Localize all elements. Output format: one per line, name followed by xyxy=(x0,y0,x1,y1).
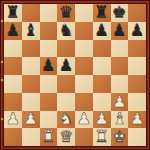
square-g2[interactable]: ♝ xyxy=(111,111,129,129)
square-g5[interactable] xyxy=(111,57,129,75)
square-a5[interactable] xyxy=(4,57,22,75)
square-c5[interactable]: ♟ xyxy=(40,57,58,75)
square-d3[interactable] xyxy=(57,93,75,111)
square-h1[interactable] xyxy=(128,128,146,146)
black-rook[interactable]: ♜ xyxy=(94,4,108,20)
square-a4[interactable] xyxy=(4,75,22,93)
square-c1[interactable]: ♜ xyxy=(40,128,58,146)
black-rook[interactable]: ♜ xyxy=(6,4,20,20)
black-pawn[interactable]: ♟ xyxy=(94,22,108,38)
board-frame: ♜♛♜♚♟♝♞♟♟♟♟♟♟♟♟♞♟♟♝♟♜♛♜♚ xyxy=(0,0,150,150)
square-f4[interactable] xyxy=(93,75,111,93)
square-a1[interactable] xyxy=(4,128,22,146)
square-b8[interactable] xyxy=(22,4,40,22)
square-d5[interactable]: ♟ xyxy=(57,57,75,75)
square-a6[interactable] xyxy=(4,40,22,58)
square-b1[interactable] xyxy=(22,128,40,146)
square-f3[interactable] xyxy=(93,93,111,111)
square-e6[interactable] xyxy=(75,40,93,58)
square-f1[interactable]: ♜ xyxy=(93,128,111,146)
square-b7[interactable]: ♝ xyxy=(22,22,40,40)
black-queen[interactable]: ♛ xyxy=(59,4,73,20)
square-d7[interactable]: ♞ xyxy=(57,22,75,40)
square-e2[interactable]: ♟ xyxy=(75,111,93,129)
black-pawn[interactable]: ♟ xyxy=(130,22,144,38)
black-pawn[interactable]: ♟ xyxy=(112,22,126,38)
white-queen[interactable]: ♛ xyxy=(59,129,73,145)
square-c4[interactable] xyxy=(40,75,58,93)
square-d2[interactable]: ♞ xyxy=(57,111,75,129)
square-b5[interactable] xyxy=(22,57,40,75)
square-f2[interactable]: ♟ xyxy=(93,111,111,129)
white-knight[interactable]: ♞ xyxy=(59,111,73,127)
square-e7[interactable] xyxy=(75,22,93,40)
square-f6[interactable] xyxy=(93,40,111,58)
black-knight[interactable]: ♞ xyxy=(59,22,73,38)
square-g8[interactable]: ♚ xyxy=(111,4,129,22)
white-pawn[interactable]: ♟ xyxy=(94,111,108,127)
black-king[interactable]: ♚ xyxy=(112,4,126,20)
square-e1[interactable] xyxy=(75,128,93,146)
square-d8[interactable]: ♛ xyxy=(57,4,75,22)
white-rook[interactable]: ♜ xyxy=(94,129,108,145)
square-h3[interactable] xyxy=(128,93,146,111)
square-g7[interactable]: ♟ xyxy=(111,22,129,40)
white-pawn[interactable]: ♟ xyxy=(130,111,144,127)
square-g1[interactable]: ♚ xyxy=(111,128,129,146)
square-h4[interactable] xyxy=(128,75,146,93)
square-c7[interactable] xyxy=(40,22,58,40)
square-d4[interactable] xyxy=(57,75,75,93)
square-h5[interactable] xyxy=(128,57,146,75)
square-e3[interactable] xyxy=(75,93,93,111)
black-pawn[interactable]: ♟ xyxy=(6,22,20,38)
square-a7[interactable]: ♟ xyxy=(4,22,22,40)
square-f5[interactable] xyxy=(93,57,111,75)
white-pawn[interactable]: ♟ xyxy=(112,93,126,109)
square-d6[interactable] xyxy=(57,40,75,58)
square-c3[interactable] xyxy=(40,93,58,111)
square-c8[interactable] xyxy=(40,4,58,22)
square-g4[interactable] xyxy=(111,75,129,93)
square-e5[interactable] xyxy=(75,57,93,75)
white-rook[interactable]: ♜ xyxy=(41,129,55,145)
square-d1[interactable]: ♛ xyxy=(57,128,75,146)
square-a3[interactable] xyxy=(4,93,22,111)
square-h7[interactable]: ♟ xyxy=(128,22,146,40)
white-king[interactable]: ♚ xyxy=(112,129,126,145)
white-pawn[interactable]: ♟ xyxy=(6,111,20,127)
square-e8[interactable] xyxy=(75,4,93,22)
square-h6[interactable] xyxy=(128,40,146,58)
white-pawn[interactable]: ♟ xyxy=(77,111,91,127)
square-c6[interactable] xyxy=(40,40,58,58)
square-g3[interactable]: ♟ xyxy=(111,93,129,111)
frame-stud-icon xyxy=(1,118,3,120)
square-h8[interactable] xyxy=(128,4,146,22)
square-b3[interactable] xyxy=(22,93,40,111)
square-b6[interactable] xyxy=(22,40,40,58)
square-c2[interactable] xyxy=(40,111,58,129)
white-bishop[interactable]: ♝ xyxy=(112,111,126,127)
frame-stud-icon xyxy=(1,20,3,22)
square-h2[interactable]: ♟ xyxy=(128,111,146,129)
white-pawn[interactable]: ♟ xyxy=(23,111,37,127)
square-f7[interactable]: ♟ xyxy=(93,22,111,40)
black-pawn[interactable]: ♟ xyxy=(59,58,73,74)
frame-stud-icon xyxy=(1,61,3,63)
black-pawn[interactable]: ♟ xyxy=(41,58,55,74)
black-bishop[interactable]: ♝ xyxy=(23,22,37,38)
square-a8[interactable]: ♜ xyxy=(4,4,22,22)
frame-stud-icon xyxy=(1,79,3,81)
chess-board: ♜♛♜♚♟♝♞♟♟♟♟♟♟♟♟♞♟♟♝♟♜♛♜♚ xyxy=(4,4,146,146)
square-b2[interactable]: ♟ xyxy=(22,111,40,129)
square-e4[interactable] xyxy=(75,75,93,93)
square-f8[interactable]: ♜ xyxy=(93,4,111,22)
square-g6[interactable] xyxy=(111,40,129,58)
square-a2[interactable]: ♟ xyxy=(4,111,22,129)
square-b4[interactable] xyxy=(22,75,40,93)
